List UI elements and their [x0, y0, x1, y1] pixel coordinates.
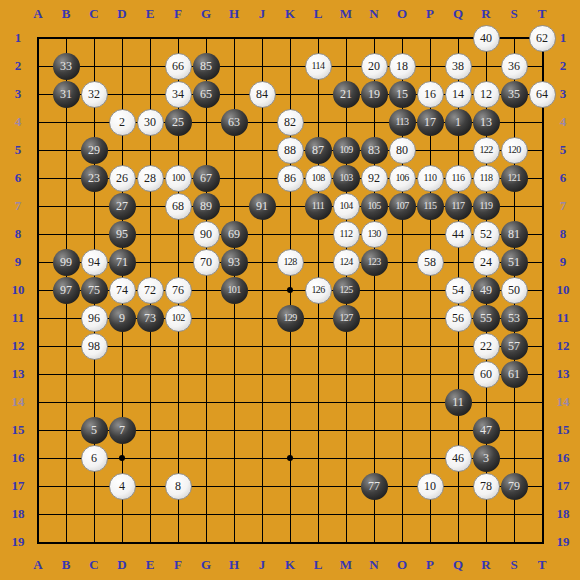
stone-white-78: 78: [473, 473, 500, 500]
move-number: 16: [424, 88, 436, 100]
stone-black-97: 97: [53, 277, 80, 304]
stone-black-95: 95: [109, 221, 136, 248]
stone-white-70: 70: [193, 249, 220, 276]
stone-white-54: 54: [445, 277, 472, 304]
stone-white-12: 12: [473, 81, 500, 108]
star-point-dot: [119, 455, 125, 461]
stone-black-31: 31: [53, 81, 80, 108]
stone-white-38: 38: [445, 53, 472, 80]
stone-white-90: 90: [193, 221, 220, 248]
col-label-bottom-L: L: [304, 558, 332, 572]
stone-black-119: 119: [473, 193, 500, 220]
col-label-bottom-S: S: [500, 558, 528, 572]
move-number: 114: [312, 61, 325, 71]
move-number: 80: [396, 144, 408, 156]
go-game-diagram: 1234567891011121314151617181920212223242…: [0, 0, 580, 580]
move-number: 67: [200, 172, 212, 184]
stone-black-109: 109: [333, 137, 360, 164]
move-number: 117: [452, 201, 465, 211]
row-label-left-6: 6: [4, 171, 32, 185]
move-number: 99: [60, 256, 72, 268]
stone-white-124: 124: [333, 249, 360, 276]
go-board: 1234567891011121314151617181920212223242…: [24, 24, 556, 556]
move-number: 6: [91, 452, 97, 464]
stone-black-103: 103: [333, 165, 360, 192]
move-number: 47: [480, 424, 492, 436]
move-number: 35: [508, 88, 520, 100]
stone-white-120: 120: [501, 137, 528, 164]
move-number: 98: [88, 340, 100, 352]
col-label-top-N: N: [360, 7, 388, 21]
move-number: 110: [424, 173, 437, 183]
col-label-bottom-N: N: [360, 558, 388, 572]
stone-white-84: 84: [249, 81, 276, 108]
move-number: 56: [452, 312, 464, 324]
star-point-D16: [108, 444, 136, 472]
move-number: 79: [508, 480, 520, 492]
move-number: 28: [144, 172, 156, 184]
stone-black-35: 35: [501, 81, 528, 108]
col-label-top-P: P: [416, 7, 444, 21]
move-number: 68: [172, 200, 184, 212]
move-number: 12: [480, 88, 492, 100]
move-number: 20: [368, 60, 380, 72]
stone-black-85: 85: [193, 53, 220, 80]
stone-black-125: 125: [333, 277, 360, 304]
row-label-left-9: 9: [4, 255, 32, 269]
row-label-left-3: 3: [4, 87, 32, 101]
row-label-right-11: 11: [549, 311, 577, 325]
row-label-left-15: 15: [4, 423, 32, 437]
move-number: 70: [200, 256, 212, 268]
move-number: 97: [60, 284, 72, 296]
stone-white-100: 100: [165, 165, 192, 192]
col-label-top-Q: Q: [444, 7, 472, 21]
stone-white-2: 2: [109, 109, 136, 136]
move-number: 96: [88, 312, 100, 324]
star-point-dot: [287, 455, 293, 461]
col-label-top-D: D: [108, 7, 136, 21]
stone-white-72: 72: [137, 277, 164, 304]
move-number: 113: [396, 117, 409, 127]
move-number: 5: [91, 424, 97, 436]
move-number: 30: [144, 116, 156, 128]
move-number: 9: [119, 312, 125, 324]
stone-white-16: 16: [417, 81, 444, 108]
move-number: 72: [144, 284, 156, 296]
stone-white-116: 116: [445, 165, 472, 192]
row-label-right-7: 7: [549, 199, 577, 213]
stone-white-108: 108: [305, 165, 332, 192]
row-label-left-5: 5: [4, 143, 32, 157]
move-number: 119: [480, 201, 493, 211]
stone-white-30: 30: [137, 109, 164, 136]
stone-black-57: 57: [501, 333, 528, 360]
stone-white-104: 104: [333, 193, 360, 220]
col-label-top-A: A: [24, 7, 52, 21]
stone-white-28: 28: [137, 165, 164, 192]
col-label-top-M: M: [332, 7, 360, 21]
stone-white-44: 44: [445, 221, 472, 248]
move-number: 95: [116, 228, 128, 240]
move-number: 18: [396, 60, 408, 72]
stone-black-25: 25: [165, 109, 192, 136]
stone-white-46: 46: [445, 445, 472, 472]
stone-black-17: 17: [417, 109, 444, 136]
move-number: 40: [480, 32, 492, 44]
row-label-left-2: 2: [4, 59, 32, 73]
stone-black-101: 101: [221, 277, 248, 304]
stone-white-110: 110: [417, 165, 444, 192]
move-number: 88: [284, 144, 296, 156]
stone-white-52: 52: [473, 221, 500, 248]
stone-white-8: 8: [165, 473, 192, 500]
stone-white-80: 80: [389, 137, 416, 164]
move-number: 58: [424, 256, 436, 268]
col-label-bottom-D: D: [108, 558, 136, 572]
row-label-right-10: 10: [549, 283, 577, 297]
move-number: 102: [171, 313, 184, 323]
stone-black-21: 21: [333, 81, 360, 108]
move-number: 15: [396, 88, 408, 100]
stone-black-1: 1: [445, 109, 472, 136]
stone-white-118: 118: [473, 165, 500, 192]
stone-black-89: 89: [193, 193, 220, 220]
stone-white-82: 82: [277, 109, 304, 136]
stone-white-94: 94: [81, 249, 108, 276]
stone-white-26: 26: [109, 165, 136, 192]
move-number: 10: [424, 480, 436, 492]
move-number: 62: [536, 32, 548, 44]
stone-black-75: 75: [81, 277, 108, 304]
stone-white-58: 58: [417, 249, 444, 276]
col-label-top-H: H: [220, 7, 248, 21]
move-number: 34: [172, 88, 184, 100]
move-number: 105: [367, 201, 380, 211]
move-number: 22: [480, 340, 492, 352]
move-number: 120: [507, 145, 520, 155]
move-number: 3: [483, 452, 489, 464]
stone-white-22: 22: [473, 333, 500, 360]
move-number: 128: [283, 257, 296, 267]
move-number: 64: [536, 88, 548, 100]
stone-black-11: 11: [445, 389, 472, 416]
stone-black-9: 9: [109, 305, 136, 332]
move-number: 126: [311, 285, 324, 295]
col-label-bottom-K: K: [276, 558, 304, 572]
col-label-top-B: B: [52, 7, 80, 21]
stone-black-87: 87: [305, 137, 332, 164]
stone-black-93: 93: [221, 249, 248, 276]
move-number: 66: [172, 60, 184, 72]
stone-black-123: 123: [361, 249, 388, 276]
row-label-left-17: 17: [4, 479, 32, 493]
stone-white-98: 98: [81, 333, 108, 360]
col-label-bottom-A: A: [24, 558, 52, 572]
col-label-top-J: J: [248, 7, 276, 21]
move-number: 129: [283, 313, 296, 323]
move-number: 94: [88, 256, 100, 268]
move-number: 21: [340, 88, 352, 100]
col-label-bottom-C: C: [80, 558, 108, 572]
move-number: 104: [339, 201, 352, 211]
row-label-left-1: 1: [4, 31, 32, 45]
col-label-top-C: C: [80, 7, 108, 21]
move-number: 53: [508, 312, 520, 324]
row-label-right-19: 19: [549, 535, 577, 549]
stone-black-79: 79: [501, 473, 528, 500]
stone-black-33: 33: [53, 53, 80, 80]
col-label-top-K: K: [276, 7, 304, 21]
move-number: 85: [200, 60, 212, 72]
move-number: 86: [284, 172, 296, 184]
move-number: 89: [200, 200, 212, 212]
stone-black-5: 5: [81, 417, 108, 444]
stone-black-107: 107: [389, 193, 416, 220]
move-number: 92: [368, 172, 380, 184]
stone-white-102: 102: [165, 305, 192, 332]
move-number: 60: [480, 368, 492, 380]
move-number: 115: [424, 201, 437, 211]
row-label-left-11: 11: [4, 311, 32, 325]
move-number: 82: [284, 116, 296, 128]
move-number: 38: [452, 60, 464, 72]
move-number: 4: [119, 480, 125, 492]
col-label-bottom-P: P: [416, 558, 444, 572]
row-label-left-7: 7: [4, 199, 32, 213]
col-label-top-L: L: [304, 7, 332, 21]
stone-white-114: 114: [305, 53, 332, 80]
col-label-top-F: F: [164, 7, 192, 21]
stone-black-77: 77: [361, 473, 388, 500]
row-label-right-15: 15: [549, 423, 577, 437]
move-number: 26: [116, 172, 128, 184]
row-label-right-9: 9: [549, 255, 577, 269]
move-number: 112: [340, 229, 353, 239]
move-number: 19: [368, 88, 380, 100]
move-number: 52: [480, 228, 492, 240]
move-number: 73: [144, 312, 156, 324]
col-label-bottom-H: H: [220, 558, 248, 572]
row-label-left-19: 19: [4, 535, 32, 549]
stone-white-66: 66: [165, 53, 192, 80]
move-number: 29: [88, 144, 100, 156]
stone-black-29: 29: [81, 137, 108, 164]
stone-black-7: 7: [109, 417, 136, 444]
stone-black-99: 99: [53, 249, 80, 276]
stone-black-117: 117: [445, 193, 472, 220]
stone-black-105: 105: [361, 193, 388, 220]
stone-white-68: 68: [165, 193, 192, 220]
move-number: 76: [172, 284, 184, 296]
move-number: 51: [508, 256, 520, 268]
stone-black-3: 3: [473, 445, 500, 472]
move-number: 1: [455, 116, 461, 128]
stone-white-92: 92: [361, 165, 388, 192]
row-label-right-12: 12: [549, 339, 577, 353]
move-number: 84: [256, 88, 268, 100]
stone-white-56: 56: [445, 305, 472, 332]
row-label-right-14: 14: [549, 395, 577, 409]
stone-black-129: 129: [277, 305, 304, 332]
move-number: 14: [452, 88, 464, 100]
move-number: 7: [119, 424, 125, 436]
move-number: 101: [227, 285, 240, 295]
stone-black-113: 113: [389, 109, 416, 136]
move-number: 44: [452, 228, 464, 240]
row-label-left-18: 18: [4, 507, 32, 521]
move-number: 33: [60, 60, 72, 72]
stone-white-14: 14: [445, 81, 472, 108]
move-number: 109: [339, 145, 352, 155]
stone-black-115: 115: [417, 193, 444, 220]
move-number: 83: [368, 144, 380, 156]
col-label-bottom-T: T: [528, 558, 556, 572]
move-number: 118: [480, 173, 493, 183]
move-number: 24: [480, 256, 492, 268]
stone-white-86: 86: [277, 165, 304, 192]
stone-white-126: 126: [305, 277, 332, 304]
star-point-K16: [276, 444, 304, 472]
move-number: 74: [116, 284, 128, 296]
move-number: 27: [116, 200, 128, 212]
col-label-bottom-M: M: [332, 558, 360, 572]
col-label-bottom-G: G: [192, 558, 220, 572]
stone-black-81: 81: [501, 221, 528, 248]
col-label-top-E: E: [136, 7, 164, 21]
move-number: 65: [200, 88, 212, 100]
move-number: 54: [452, 284, 464, 296]
stone-white-96: 96: [81, 305, 108, 332]
stone-black-73: 73: [137, 305, 164, 332]
col-label-top-R: R: [472, 7, 500, 21]
stone-black-49: 49: [473, 277, 500, 304]
move-number: 17: [424, 116, 436, 128]
stone-black-91: 91: [249, 193, 276, 220]
row-label-right-13: 13: [549, 367, 577, 381]
stone-black-69: 69: [221, 221, 248, 248]
move-number: 124: [339, 257, 352, 267]
move-number: 108: [311, 173, 324, 183]
stone-white-88: 88: [277, 137, 304, 164]
stone-black-71: 71: [109, 249, 136, 276]
stone-black-15: 15: [389, 81, 416, 108]
move-number: 71: [116, 256, 128, 268]
move-number: 36: [508, 60, 520, 72]
stone-black-63: 63: [221, 109, 248, 136]
col-label-bottom-B: B: [52, 558, 80, 572]
stone-white-64: 64: [529, 81, 556, 108]
move-number: 81: [508, 228, 520, 240]
move-number: 78: [480, 480, 492, 492]
col-label-bottom-Q: Q: [444, 558, 472, 572]
row-label-right-4: 4: [549, 115, 577, 129]
stone-black-65: 65: [193, 81, 220, 108]
move-number: 93: [228, 256, 240, 268]
row-label-left-14: 14: [4, 395, 32, 409]
stone-black-121: 121: [501, 165, 528, 192]
row-label-right-8: 8: [549, 227, 577, 241]
move-number: 103: [339, 173, 352, 183]
move-number: 2: [119, 116, 125, 128]
col-label-bottom-R: R: [472, 558, 500, 572]
stone-black-53: 53: [501, 305, 528, 332]
stone-white-36: 36: [501, 53, 528, 80]
stone-white-40: 40: [473, 25, 500, 52]
stone-black-111: 111: [305, 193, 332, 220]
stone-black-51: 51: [501, 249, 528, 276]
star-point-K10: [276, 276, 304, 304]
move-number: 63: [228, 116, 240, 128]
col-label-top-O: O: [388, 7, 416, 21]
move-number: 121: [507, 173, 520, 183]
col-label-bottom-J: J: [248, 558, 276, 572]
move-number: 116: [452, 173, 465, 183]
row-label-left-10: 10: [4, 283, 32, 297]
row-label-right-2: 2: [549, 59, 577, 73]
move-number: 50: [508, 284, 520, 296]
move-number: 61: [508, 368, 520, 380]
row-label-left-12: 12: [4, 339, 32, 353]
stone-black-67: 67: [193, 165, 220, 192]
stone-white-34: 34: [165, 81, 192, 108]
stone-black-83: 83: [361, 137, 388, 164]
move-number: 13: [480, 116, 492, 128]
row-label-left-8: 8: [4, 227, 32, 241]
row-label-right-5: 5: [549, 143, 577, 157]
stone-white-106: 106: [389, 165, 416, 192]
stone-white-76: 76: [165, 277, 192, 304]
move-number: 11: [452, 396, 464, 408]
move-number: 106: [395, 173, 408, 183]
stone-white-4: 4: [109, 473, 136, 500]
stone-white-20: 20: [361, 53, 388, 80]
move-number: 125: [339, 285, 352, 295]
stone-white-32: 32: [81, 81, 108, 108]
move-number: 31: [60, 88, 72, 100]
stone-black-23: 23: [81, 165, 108, 192]
stone-white-10: 10: [417, 473, 444, 500]
stone-white-24: 24: [473, 249, 500, 276]
move-number: 123: [367, 257, 380, 267]
move-number: 130: [367, 229, 380, 239]
row-label-left-4: 4: [4, 115, 32, 129]
col-label-bottom-O: O: [388, 558, 416, 572]
stone-white-6: 6: [81, 445, 108, 472]
move-number: 87: [312, 144, 324, 156]
stone-white-62: 62: [529, 25, 556, 52]
stone-black-19: 19: [361, 81, 388, 108]
move-number: 111: [312, 201, 324, 211]
stone-black-55: 55: [473, 305, 500, 332]
stone-white-122: 122: [473, 137, 500, 164]
move-number: 8: [175, 480, 181, 492]
move-number: 91: [256, 200, 268, 212]
stone-black-27: 27: [109, 193, 136, 220]
move-number: 122: [479, 145, 492, 155]
col-label-bottom-F: F: [164, 558, 192, 572]
row-label-right-16: 16: [549, 451, 577, 465]
move-number: 25: [172, 116, 184, 128]
move-number: 90: [200, 228, 212, 240]
move-number: 49: [480, 284, 492, 296]
stone-white-130: 130: [361, 221, 388, 248]
stone-white-128: 128: [277, 249, 304, 276]
stone-white-74: 74: [109, 277, 136, 304]
move-number: 32: [88, 88, 100, 100]
star-point-dot: [287, 287, 293, 293]
stone-white-60: 60: [473, 361, 500, 388]
